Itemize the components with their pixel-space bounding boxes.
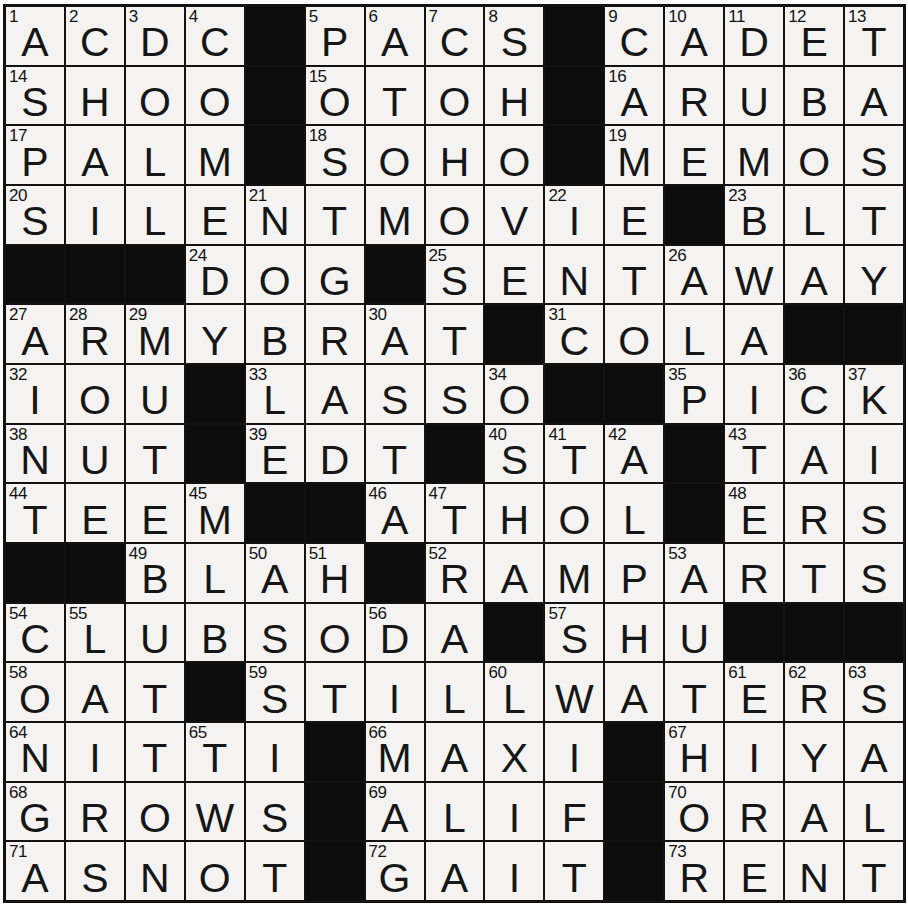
letter-r12c7: I bbox=[366, 677, 424, 721]
cell-r14c2[interactable]: R bbox=[66, 783, 124, 841]
letter-r7c13: I bbox=[725, 378, 783, 422]
letter-r6c6: R bbox=[306, 319, 364, 363]
letter-r11c1: C bbox=[6, 617, 64, 661]
cell-r11c11[interactable]: H bbox=[605, 604, 663, 662]
cell-r2c8[interactable]: O bbox=[426, 67, 484, 125]
cell-r2c12[interactable]: R bbox=[665, 67, 723, 125]
cell-r8c11[interactable]: 42A bbox=[605, 425, 663, 483]
letter-r12c12: T bbox=[665, 677, 723, 721]
cell-r3c12[interactable]: E bbox=[665, 126, 723, 184]
cell-r2c1[interactable]: 14S bbox=[6, 67, 64, 125]
cell-r1c6[interactable]: 5P bbox=[306, 7, 364, 65]
cell-r12c3[interactable]: T bbox=[126, 663, 184, 721]
cell-r12c9[interactable]: 60L bbox=[485, 663, 543, 721]
cell-r1c1[interactable]: 1A bbox=[6, 7, 64, 65]
cell-r15c9[interactable]: I bbox=[485, 842, 543, 900]
letter-r12c3: T bbox=[126, 677, 184, 721]
cell-r7c3[interactable]: U bbox=[126, 365, 184, 423]
cell-r13c9[interactable]: X bbox=[485, 723, 543, 781]
letter-r12c10: W bbox=[545, 677, 603, 721]
cell-r14c13[interactable]: R bbox=[725, 783, 783, 841]
letter-r2c13: U bbox=[725, 80, 783, 124]
cell-r1c15[interactable]: 13T bbox=[845, 7, 903, 65]
cell-r2c11[interactable]: 16A bbox=[605, 67, 663, 125]
cell-r2c13[interactable]: U bbox=[725, 67, 783, 125]
cell-r13c5[interactable]: I bbox=[246, 723, 304, 781]
letter-r13c13: I bbox=[725, 736, 783, 780]
black-cell-r10c7 bbox=[366, 544, 424, 602]
letter-r3c14: O bbox=[785, 140, 843, 184]
cell-r5c9[interactable]: E bbox=[485, 246, 543, 304]
cell-r9c7[interactable]: 46A bbox=[366, 484, 424, 542]
cell-r11c10[interactable]: 57S bbox=[545, 604, 603, 662]
letter-r15c5: T bbox=[246, 856, 304, 900]
letter-r1c6: P bbox=[306, 20, 364, 64]
letter-r10c11: P bbox=[605, 557, 663, 601]
black-cell-r10c2 bbox=[66, 544, 124, 602]
cell-r7c2[interactable]: O bbox=[66, 365, 124, 423]
letter-r5c8: S bbox=[426, 259, 484, 303]
cell-r12c8[interactable]: L bbox=[426, 663, 484, 721]
cell-r10c10[interactable]: M bbox=[545, 544, 603, 602]
cell-r8c7[interactable]: T bbox=[366, 425, 424, 483]
cell-r4c3[interactable]: L bbox=[126, 186, 184, 244]
cell-r7c12[interactable]: 35P bbox=[665, 365, 723, 423]
cell-r12c15[interactable]: 63S bbox=[845, 663, 903, 721]
cell-r13c2[interactable]: I bbox=[66, 723, 124, 781]
black-cell-r5c3 bbox=[126, 246, 184, 304]
letter-r7c14: C bbox=[785, 378, 843, 422]
cell-r6c4[interactable]: Y bbox=[186, 305, 244, 363]
black-cell-r9c6 bbox=[306, 484, 364, 542]
cell-r3c6[interactable]: 18S bbox=[306, 126, 364, 184]
cell-r5c5[interactable]: O bbox=[246, 246, 304, 304]
letter-r5c9: E bbox=[485, 259, 543, 303]
letter-r12c1: O bbox=[6, 677, 64, 721]
letter-r7c2: O bbox=[66, 378, 124, 422]
black-cell-r10c1 bbox=[6, 544, 64, 602]
cell-r7c13[interactable]: I bbox=[725, 365, 783, 423]
letter-r12c14: R bbox=[785, 677, 843, 721]
cell-r1c8[interactable]: 7C bbox=[426, 7, 484, 65]
cell-r11c12[interactable]: U bbox=[665, 604, 723, 662]
black-cell-r13c11 bbox=[605, 723, 663, 781]
cell-r9c4[interactable]: 45M bbox=[186, 484, 244, 542]
letter-r1c12: A bbox=[665, 20, 723, 64]
cell-r11c2[interactable]: 55L bbox=[66, 604, 124, 662]
cell-r12c1[interactable]: 58O bbox=[6, 663, 64, 721]
cell-r8c5[interactable]: 39E bbox=[246, 425, 304, 483]
cell-r14c10[interactable]: F bbox=[545, 783, 603, 841]
black-cell-r5c2 bbox=[66, 246, 124, 304]
letter-r10c6: H bbox=[306, 557, 364, 601]
cell-r11c8[interactable]: A bbox=[426, 604, 484, 662]
cell-r10c15[interactable]: S bbox=[845, 544, 903, 602]
cell-r7c14[interactable]: 36C bbox=[785, 365, 843, 423]
cell-r1c11[interactable]: 9C bbox=[605, 7, 663, 65]
cell-r1c14[interactable]: 12E bbox=[785, 7, 843, 65]
cell-r9c9[interactable]: H bbox=[485, 484, 543, 542]
cell-r7c7[interactable]: S bbox=[366, 365, 424, 423]
cell-r3c8[interactable]: H bbox=[426, 126, 484, 184]
cell-r5c13[interactable]: W bbox=[725, 246, 783, 304]
letter-r1c13: D bbox=[725, 20, 783, 64]
cell-r12c6[interactable]: T bbox=[306, 663, 364, 721]
letter-r6c7: A bbox=[366, 319, 424, 363]
letter-r3c12: E bbox=[665, 140, 723, 184]
letter-r4c8: O bbox=[426, 199, 484, 243]
cell-r8c6[interactable]: D bbox=[306, 425, 364, 483]
cell-r6c11[interactable]: O bbox=[605, 305, 663, 363]
letter-r4c6: T bbox=[306, 199, 364, 243]
letter-r11c2: L bbox=[66, 617, 124, 661]
cell-r13c13[interactable]: I bbox=[725, 723, 783, 781]
letter-r2c8: O bbox=[426, 80, 484, 124]
letter-r3c8: H bbox=[426, 140, 484, 184]
cell-r14c8[interactable]: L bbox=[426, 783, 484, 841]
black-cell-r11c9 bbox=[485, 604, 543, 662]
cell-r12c13[interactable]: 61E bbox=[725, 663, 783, 721]
cell-r3c9[interactable]: O bbox=[485, 126, 543, 184]
cell-r3c14[interactable]: O bbox=[785, 126, 843, 184]
cell-r4c15[interactable]: T bbox=[845, 186, 903, 244]
cell-r2c14[interactable]: B bbox=[785, 67, 843, 125]
cell-r4c11[interactable]: E bbox=[605, 186, 663, 244]
letter-r13c10: I bbox=[545, 736, 603, 780]
cell-r13c7[interactable]: 66M bbox=[366, 723, 424, 781]
cell-r6c2[interactable]: 28R bbox=[66, 305, 124, 363]
cell-r10c5[interactable]: 50A bbox=[246, 544, 304, 602]
cell-r13c14[interactable]: Y bbox=[785, 723, 843, 781]
letter-r4c5: N bbox=[246, 199, 304, 243]
cell-r7c9[interactable]: 34O bbox=[485, 365, 543, 423]
cell-r4c2[interactable]: I bbox=[66, 186, 124, 244]
letter-r8c9: S bbox=[485, 438, 543, 482]
cell-r12c7[interactable]: I bbox=[366, 663, 424, 721]
cell-r12c2[interactable]: A bbox=[66, 663, 124, 721]
cell-r8c2[interactable]: U bbox=[66, 425, 124, 483]
cell-r15c14[interactable]: N bbox=[785, 842, 843, 900]
cell-r13c15[interactable]: A bbox=[845, 723, 903, 781]
cell-r2c6[interactable]: 15O bbox=[306, 67, 364, 125]
cell-r12c11[interactable]: A bbox=[605, 663, 663, 721]
letter-r10c9: A bbox=[485, 557, 543, 601]
cell-r14c9[interactable]: I bbox=[485, 783, 543, 841]
cell-r8c9[interactable]: 40S bbox=[485, 425, 543, 483]
cell-r2c2[interactable]: H bbox=[66, 67, 124, 125]
letter-r8c11: A bbox=[605, 438, 663, 482]
cell-r12c10[interactable]: W bbox=[545, 663, 603, 721]
cell-r6c7[interactable]: 30A bbox=[366, 305, 424, 363]
cell-r5c6[interactable]: G bbox=[306, 246, 364, 304]
cell-r1c12[interactable]: 10A bbox=[665, 7, 723, 65]
cell-r11c5[interactable]: S bbox=[246, 604, 304, 662]
cell-r13c3[interactable]: T bbox=[126, 723, 184, 781]
cell-r5c11[interactable]: T bbox=[605, 246, 663, 304]
black-cell-r9c12 bbox=[665, 484, 723, 542]
cell-r5c14[interactable]: A bbox=[785, 246, 843, 304]
letter-r1c2: C bbox=[66, 20, 124, 64]
letter-r6c11: O bbox=[605, 319, 663, 363]
cell-r5c4[interactable]: 24D bbox=[186, 246, 244, 304]
letter-r1c14: E bbox=[785, 20, 843, 64]
cell-r10c11[interactable]: P bbox=[605, 544, 663, 602]
cell-r9c11[interactable]: L bbox=[605, 484, 663, 542]
cell-r8c14[interactable]: A bbox=[785, 425, 843, 483]
crossword-board: 1A2C3D4C5P6A7C8S9C10A11D12E13T14SHOO15OT… bbox=[3, 4, 906, 903]
cell-r11c1[interactable]: 54C bbox=[6, 604, 64, 662]
letter-r4c2: I bbox=[66, 199, 124, 243]
letter-r14c3: O bbox=[126, 796, 184, 840]
letter-r10c3: B bbox=[126, 557, 184, 601]
cell-r3c13[interactable]: M bbox=[725, 126, 783, 184]
black-cell-r15c6 bbox=[306, 842, 364, 900]
cell-r8c3[interactable]: T bbox=[126, 425, 184, 483]
cell-r14c3[interactable]: O bbox=[126, 783, 184, 841]
cell-r14c1[interactable]: 68G bbox=[6, 783, 64, 841]
letter-r10c5: A bbox=[246, 557, 304, 601]
cell-r4c5[interactable]: 21N bbox=[246, 186, 304, 244]
cell-r15c13[interactable]: E bbox=[725, 842, 783, 900]
cell-r3c15[interactable]: S bbox=[845, 126, 903, 184]
cell-r4c10[interactable]: 22I bbox=[545, 186, 603, 244]
letter-r4c10: I bbox=[545, 199, 603, 243]
letter-r3c3: L bbox=[126, 140, 184, 184]
cell-r8c10[interactable]: 41T bbox=[545, 425, 603, 483]
cell-r10c4[interactable]: L bbox=[186, 544, 244, 602]
black-cell-r5c1 bbox=[6, 246, 64, 304]
letter-r4c13: B bbox=[725, 199, 783, 243]
cell-r8c1[interactable]: 38N bbox=[6, 425, 64, 483]
cell-r9c13[interactable]: 48E bbox=[725, 484, 783, 542]
letter-r14c9: I bbox=[485, 796, 543, 840]
crossword-page: 1A2C3D4C5P6A7C8S9C10A11D12E13T14SHOO15OT… bbox=[0, 0, 908, 906]
cell-r3c11[interactable]: 19M bbox=[605, 126, 663, 184]
letter-r1c3: D bbox=[126, 20, 184, 64]
cell-r6c5[interactable]: B bbox=[246, 305, 304, 363]
letter-r14c7: A bbox=[366, 796, 424, 840]
letter-r5c15: Y bbox=[845, 259, 903, 303]
letter-r11c4: B bbox=[186, 617, 244, 661]
black-cell-r6c15 bbox=[845, 305, 903, 363]
letter-r15c8: A bbox=[426, 856, 484, 900]
cell-r15c4[interactable]: O bbox=[186, 842, 244, 900]
letter-r6c1: A bbox=[6, 319, 64, 363]
cell-r11c4[interactable]: B bbox=[186, 604, 244, 662]
cell-r12c12[interactable]: T bbox=[665, 663, 723, 721]
cell-r4c7[interactable]: M bbox=[366, 186, 424, 244]
cell-r12c5[interactable]: 59S bbox=[246, 663, 304, 721]
letter-r9c1: T bbox=[6, 498, 64, 542]
letter-r12c5: S bbox=[246, 677, 304, 721]
cell-r3c2[interactable]: A bbox=[66, 126, 124, 184]
cell-r7c5[interactable]: 33L bbox=[246, 365, 304, 423]
cell-r14c4[interactable]: W bbox=[186, 783, 244, 841]
cell-r14c5[interactable]: S bbox=[246, 783, 304, 841]
cell-r9c15[interactable]: S bbox=[845, 484, 903, 542]
cell-r10c3[interactable]: 49B bbox=[126, 544, 184, 602]
cell-r12c14[interactable]: 62R bbox=[785, 663, 843, 721]
cell-r7c8[interactable]: S bbox=[426, 365, 484, 423]
letter-r4c1: S bbox=[6, 199, 64, 243]
letter-r9c3: E bbox=[126, 498, 184, 542]
cell-r6c13[interactable]: A bbox=[725, 305, 783, 363]
cell-r15c8[interactable]: A bbox=[426, 842, 484, 900]
cell-r9c1[interactable]: 44T bbox=[6, 484, 64, 542]
letter-r11c5: S bbox=[246, 617, 304, 661]
cell-r5c10[interactable]: N bbox=[545, 246, 603, 304]
letter-r10c15: S bbox=[845, 557, 903, 601]
letter-r8c5: E bbox=[246, 438, 304, 482]
cell-r2c4[interactable]: O bbox=[186, 67, 244, 125]
cell-r7c15[interactable]: 37K bbox=[845, 365, 903, 423]
cell-r5c8[interactable]: 25S bbox=[426, 246, 484, 304]
cell-r11c7[interactable]: 56D bbox=[366, 604, 424, 662]
cell-r1c9[interactable]: 8S bbox=[485, 7, 543, 65]
cell-r6c10[interactable]: 31C bbox=[545, 305, 603, 363]
black-cell-r8c8 bbox=[426, 425, 484, 483]
black-cell-r6c9 bbox=[485, 305, 543, 363]
letter-r14c5: S bbox=[246, 796, 304, 840]
cell-r3c4[interactable]: M bbox=[186, 126, 244, 184]
letter-r3c4: M bbox=[186, 140, 244, 184]
black-cell-r8c12 bbox=[665, 425, 723, 483]
letter-r7c9: O bbox=[485, 378, 543, 422]
cell-r4c6[interactable]: T bbox=[306, 186, 364, 244]
cell-r3c7[interactable]: O bbox=[366, 126, 424, 184]
letter-r14c4: W bbox=[186, 796, 244, 840]
cell-r15c15[interactable]: T bbox=[845, 842, 903, 900]
letter-r12c8: L bbox=[426, 677, 484, 721]
cell-r6c3[interactable]: 29M bbox=[126, 305, 184, 363]
cell-r11c6[interactable]: O bbox=[306, 604, 364, 662]
letter-r3c7: O bbox=[366, 140, 424, 184]
letter-r2c1: S bbox=[6, 80, 64, 124]
letter-r14c14: A bbox=[785, 796, 843, 840]
letter-r9c2: E bbox=[66, 498, 124, 542]
cell-r15c3[interactable]: N bbox=[126, 842, 184, 900]
cell-r9c8[interactable]: 47T bbox=[426, 484, 484, 542]
cell-r6c1[interactable]: 27A bbox=[6, 305, 64, 363]
letter-r13c4: T bbox=[186, 736, 244, 780]
letter-r15c9: I bbox=[485, 856, 543, 900]
cell-r10c13[interactable]: R bbox=[725, 544, 783, 602]
letter-r7c15: K bbox=[845, 378, 903, 422]
cell-r10c12[interactable]: 53A bbox=[665, 544, 723, 602]
letter-r5c12: A bbox=[665, 259, 723, 303]
black-cell-r11c13 bbox=[725, 604, 783, 662]
letter-r2c6: O bbox=[306, 80, 364, 124]
cell-r15c2[interactable]: S bbox=[66, 842, 124, 900]
cell-r1c7[interactable]: 6A bbox=[366, 7, 424, 65]
cell-r5c15[interactable]: Y bbox=[845, 246, 903, 304]
cell-r4c14[interactable]: L bbox=[785, 186, 843, 244]
cell-r2c7[interactable]: T bbox=[366, 67, 424, 125]
cell-r2c9[interactable]: H bbox=[485, 67, 543, 125]
cell-r13c4[interactable]: 65T bbox=[186, 723, 244, 781]
letter-r4c11: E bbox=[605, 199, 663, 243]
cell-r9c14[interactable]: R bbox=[785, 484, 843, 542]
letter-r11c6: O bbox=[306, 617, 364, 661]
cell-r14c12[interactable]: 70O bbox=[665, 783, 723, 841]
cell-r13c1[interactable]: 64N bbox=[6, 723, 64, 781]
letter-r15c3: N bbox=[126, 856, 184, 900]
letter-r7c8: S bbox=[426, 378, 484, 422]
letter-r3c11: M bbox=[605, 140, 663, 184]
black-cell-r14c11 bbox=[605, 783, 663, 841]
cell-r15c5[interactable]: T bbox=[246, 842, 304, 900]
cell-r9c10[interactable]: O bbox=[545, 484, 603, 542]
cell-r15c1[interactable]: 71A bbox=[6, 842, 64, 900]
letter-r15c7: G bbox=[366, 856, 424, 900]
cell-r8c15[interactable]: I bbox=[845, 425, 903, 483]
cell-r8c13[interactable]: 43T bbox=[725, 425, 783, 483]
cell-r1c13[interactable]: 11D bbox=[725, 7, 783, 65]
letter-r5c5: O bbox=[246, 259, 304, 303]
cell-r14c14[interactable]: A bbox=[785, 783, 843, 841]
letter-r7c1: I bbox=[6, 378, 64, 422]
cell-r9c3[interactable]: E bbox=[126, 484, 184, 542]
black-cell-r1c5 bbox=[246, 7, 304, 65]
letter-r4c15: T bbox=[845, 199, 903, 243]
cell-r14c15[interactable]: L bbox=[845, 783, 903, 841]
cell-r4c1[interactable]: 20S bbox=[6, 186, 64, 244]
cell-r10c8[interactable]: 52R bbox=[426, 544, 484, 602]
cell-r11c3[interactable]: U bbox=[126, 604, 184, 662]
cell-r15c12[interactable]: 73R bbox=[665, 842, 723, 900]
cell-r15c10[interactable]: T bbox=[545, 842, 603, 900]
cell-r14c7[interactable]: 69A bbox=[366, 783, 424, 841]
cell-r15c7[interactable]: 72G bbox=[366, 842, 424, 900]
letter-r13c5: I bbox=[246, 736, 304, 780]
letter-r9c14: R bbox=[785, 498, 843, 542]
letter-r12c9: L bbox=[485, 677, 543, 721]
cell-r6c8[interactable]: T bbox=[426, 305, 484, 363]
letter-r2c15: A bbox=[845, 80, 903, 124]
cell-r1c4[interactable]: 4C bbox=[186, 7, 244, 65]
cell-r10c6[interactable]: 51H bbox=[306, 544, 364, 602]
cell-r1c3[interactable]: 3D bbox=[126, 7, 184, 65]
cell-r4c4[interactable]: E bbox=[186, 186, 244, 244]
letter-r9c4: M bbox=[186, 498, 244, 542]
cell-r9c2[interactable]: E bbox=[66, 484, 124, 542]
cell-r3c1[interactable]: 17P bbox=[6, 126, 64, 184]
letter-r1c1: A bbox=[6, 20, 64, 64]
cell-r3c3[interactable]: L bbox=[126, 126, 184, 184]
cell-r13c12[interactable]: 67H bbox=[665, 723, 723, 781]
cell-r10c14[interactable]: T bbox=[785, 544, 843, 602]
cell-r2c15[interactable]: A bbox=[845, 67, 903, 125]
cell-r5c12[interactable]: 26A bbox=[665, 246, 723, 304]
letter-r3c15: S bbox=[845, 140, 903, 184]
letter-r15c15: T bbox=[845, 856, 903, 900]
cell-r7c1[interactable]: 32I bbox=[6, 365, 64, 423]
black-cell-r2c10 bbox=[545, 67, 603, 125]
cell-r6c12[interactable]: L bbox=[665, 305, 723, 363]
black-cell-r11c14 bbox=[785, 604, 843, 662]
cell-r6c6[interactable]: R bbox=[306, 305, 364, 363]
cell-r10c9[interactable]: A bbox=[485, 544, 543, 602]
cell-r4c9[interactable]: V bbox=[485, 186, 543, 244]
cell-r7c6[interactable]: A bbox=[306, 365, 364, 423]
letter-r9c8: T bbox=[426, 498, 484, 542]
cell-r2c3[interactable]: O bbox=[126, 67, 184, 125]
cell-r13c10[interactable]: I bbox=[545, 723, 603, 781]
cell-r13c8[interactable]: A bbox=[426, 723, 484, 781]
cell-r1c2[interactable]: 2C bbox=[66, 7, 124, 65]
cell-r4c13[interactable]: 23B bbox=[725, 186, 783, 244]
cell-r4c8[interactable]: O bbox=[426, 186, 484, 244]
